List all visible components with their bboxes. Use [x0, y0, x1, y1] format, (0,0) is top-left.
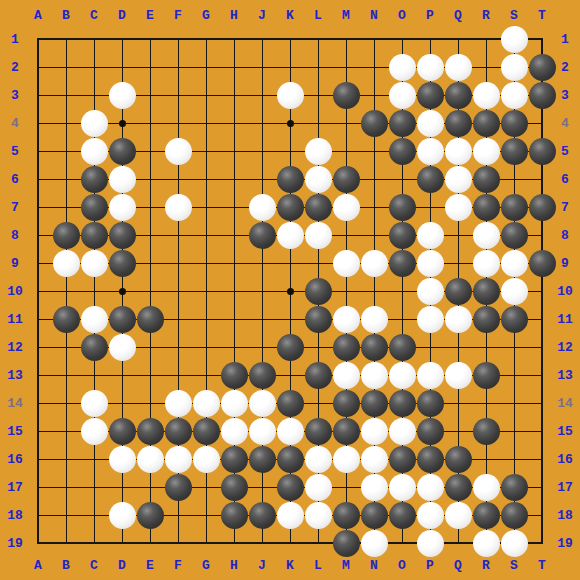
- stone-white-O15: [389, 418, 416, 445]
- stone-white-D3: [109, 82, 136, 109]
- column-label-bottom: L: [314, 559, 322, 572]
- stone-white-N19: [361, 530, 388, 557]
- row-label-right: 11: [557, 313, 573, 326]
- stone-white-S1: [501, 26, 528, 53]
- stone-white-S19: [501, 530, 528, 557]
- stone-white-J14: [249, 390, 276, 417]
- stone-black-M19: [333, 530, 360, 557]
- stone-white-E16: [137, 446, 164, 473]
- column-label-top: P: [426, 9, 434, 22]
- star-point: [119, 288, 126, 295]
- stone-black-O5: [389, 138, 416, 165]
- stone-white-S3: [501, 82, 528, 109]
- star-point: [119, 120, 126, 127]
- stone-black-S7: [501, 194, 528, 221]
- stone-black-O7: [389, 194, 416, 221]
- stone-white-F7: [165, 194, 192, 221]
- stone-black-D8: [109, 222, 136, 249]
- stone-black-J16: [249, 446, 276, 473]
- stone-white-D7: [109, 194, 136, 221]
- stone-black-J8: [249, 222, 276, 249]
- row-label-right: 1: [561, 33, 569, 46]
- column-label-bottom: E: [146, 559, 154, 572]
- stone-white-L18: [305, 502, 332, 529]
- stone-black-H18: [221, 502, 248, 529]
- row-label-right: 17: [557, 481, 573, 494]
- stone-white-Q11: [445, 306, 472, 333]
- row-label-right: 14: [557, 397, 573, 410]
- stone-black-F15: [165, 418, 192, 445]
- stone-black-M18: [333, 502, 360, 529]
- stone-black-R4: [473, 110, 500, 137]
- row-label-right: 18: [557, 509, 573, 522]
- stone-black-R18: [473, 502, 500, 529]
- column-label-bottom: K: [286, 559, 294, 572]
- row-label-left: 4: [11, 117, 19, 130]
- stone-black-Q10: [445, 278, 472, 305]
- row-label-left: 3: [11, 89, 19, 102]
- stone-white-O13: [389, 362, 416, 389]
- row-label-left: 14: [7, 397, 23, 410]
- stone-white-M13: [333, 362, 360, 389]
- stone-black-B8: [53, 222, 80, 249]
- go-board[interactable]: AABBCCDDEEFFGGHHJJKKLLMMNNOOPPQQRRSSTT11…: [0, 0, 580, 580]
- column-label-top: B: [62, 9, 70, 22]
- row-label-left: 16: [7, 453, 23, 466]
- stone-black-N14: [361, 390, 388, 417]
- row-label-left: 5: [11, 145, 19, 158]
- stone-white-L6: [305, 166, 332, 193]
- stone-black-J18: [249, 502, 276, 529]
- stone-black-M14: [333, 390, 360, 417]
- column-label-top: R: [482, 9, 490, 22]
- stone-black-L13: [305, 362, 332, 389]
- stone-white-P13: [417, 362, 444, 389]
- row-label-right: 6: [561, 173, 569, 186]
- stone-white-M16: [333, 446, 360, 473]
- stone-black-L15: [305, 418, 332, 445]
- stone-black-P3: [417, 82, 444, 109]
- stone-black-B11: [53, 306, 80, 333]
- column-label-top: A: [34, 9, 42, 22]
- stone-black-L7: [305, 194, 332, 221]
- stone-white-S10: [501, 278, 528, 305]
- column-label-bottom: R: [482, 559, 490, 572]
- stone-white-F5: [165, 138, 192, 165]
- stone-black-D5: [109, 138, 136, 165]
- stone-black-S5: [501, 138, 528, 165]
- row-label-left: 19: [7, 537, 23, 550]
- stone-white-F14: [165, 390, 192, 417]
- stone-white-P10: [417, 278, 444, 305]
- stone-white-P5: [417, 138, 444, 165]
- row-label-right: 16: [557, 453, 573, 466]
- stone-white-L8: [305, 222, 332, 249]
- stone-white-G16: [193, 446, 220, 473]
- stone-white-P18: [417, 502, 444, 529]
- stone-black-O8: [389, 222, 416, 249]
- stone-black-Q4: [445, 110, 472, 137]
- column-label-bottom: D: [118, 559, 126, 572]
- stone-white-C9: [81, 250, 108, 277]
- row-label-left: 2: [11, 61, 19, 74]
- stone-black-L10: [305, 278, 332, 305]
- stone-black-P15: [417, 418, 444, 445]
- stone-black-J13: [249, 362, 276, 389]
- column-label-bottom: F: [174, 559, 182, 572]
- stone-white-K3: [277, 82, 304, 109]
- stone-white-C5: [81, 138, 108, 165]
- column-label-bottom: J: [258, 559, 266, 572]
- stone-white-G14: [193, 390, 220, 417]
- stone-white-L5: [305, 138, 332, 165]
- stone-white-C14: [81, 390, 108, 417]
- column-label-bottom: M: [342, 559, 350, 572]
- row-label-left: 10: [7, 285, 23, 298]
- column-label-top: S: [510, 9, 518, 22]
- column-label-top: C: [90, 9, 98, 22]
- stone-white-R8: [473, 222, 500, 249]
- column-label-top: F: [174, 9, 182, 22]
- stone-white-O2: [389, 54, 416, 81]
- stone-black-T5: [529, 138, 556, 165]
- stone-white-C11: [81, 306, 108, 333]
- stone-black-C12: [81, 334, 108, 361]
- stone-white-O17: [389, 474, 416, 501]
- stone-white-R9: [473, 250, 500, 277]
- row-label-right: 12: [557, 341, 573, 354]
- row-label-right: 7: [561, 201, 569, 214]
- row-label-left: 13: [7, 369, 23, 382]
- row-label-left: 17: [7, 481, 23, 494]
- column-label-top: K: [286, 9, 294, 22]
- stone-black-C6: [81, 166, 108, 193]
- row-label-left: 18: [7, 509, 23, 522]
- stone-white-N17: [361, 474, 388, 501]
- stone-black-O14: [389, 390, 416, 417]
- stone-black-E18: [137, 502, 164, 529]
- row-label-right: 13: [557, 369, 573, 382]
- row-label-right: 19: [557, 537, 573, 550]
- row-label-right: 5: [561, 145, 569, 158]
- row-label-left: 1: [11, 33, 19, 46]
- grid-line: [541, 38, 543, 544]
- stone-white-H14: [221, 390, 248, 417]
- row-label-right: 4: [561, 117, 569, 130]
- column-label-bottom: S: [510, 559, 518, 572]
- star-point: [287, 288, 294, 295]
- stone-white-R19: [473, 530, 500, 557]
- stone-white-M11: [333, 306, 360, 333]
- stone-white-B9: [53, 250, 80, 277]
- stone-white-K15: [277, 418, 304, 445]
- row-label-left: 9: [11, 257, 19, 270]
- stone-black-K14: [277, 390, 304, 417]
- column-label-top: G: [202, 9, 210, 22]
- column-label-top: H: [230, 9, 238, 22]
- stone-white-M7: [333, 194, 360, 221]
- stone-white-Q2: [445, 54, 472, 81]
- stone-black-R7: [473, 194, 500, 221]
- stone-black-K16: [277, 446, 304, 473]
- stone-black-S8: [501, 222, 528, 249]
- row-label-right: 2: [561, 61, 569, 74]
- stone-white-S9: [501, 250, 528, 277]
- column-label-top: M: [342, 9, 350, 22]
- stone-white-D6: [109, 166, 136, 193]
- stone-black-M3: [333, 82, 360, 109]
- row-label-left: 8: [11, 229, 19, 242]
- stone-black-T3: [529, 82, 556, 109]
- stone-black-O16: [389, 446, 416, 473]
- stone-black-O18: [389, 502, 416, 529]
- stone-white-C4: [81, 110, 108, 137]
- stone-black-T7: [529, 194, 556, 221]
- stone-black-L11: [305, 306, 332, 333]
- stone-black-O4: [389, 110, 416, 137]
- column-label-top: D: [118, 9, 126, 22]
- column-label-top: N: [370, 9, 378, 22]
- stone-black-N4: [361, 110, 388, 137]
- stone-black-F17: [165, 474, 192, 501]
- stone-white-K8: [277, 222, 304, 249]
- stone-white-N9: [361, 250, 388, 277]
- stone-white-P8: [417, 222, 444, 249]
- stone-black-D15: [109, 418, 136, 445]
- stone-white-H15: [221, 418, 248, 445]
- column-label-bottom: O: [398, 559, 406, 572]
- stone-white-P19: [417, 530, 444, 557]
- stone-white-F16: [165, 446, 192, 473]
- column-label-top: E: [146, 9, 154, 22]
- column-label-bottom: B: [62, 559, 70, 572]
- stone-white-O3: [389, 82, 416, 109]
- column-label-bottom: A: [34, 559, 42, 572]
- stone-white-Q7: [445, 194, 472, 221]
- stone-white-R17: [473, 474, 500, 501]
- row-label-left: 15: [7, 425, 23, 438]
- stone-black-O9: [389, 250, 416, 277]
- column-label-top: T: [538, 9, 546, 22]
- stone-white-D16: [109, 446, 136, 473]
- grid-line: [37, 542, 543, 544]
- column-label-bottom: T: [538, 559, 546, 572]
- stone-black-H13: [221, 362, 248, 389]
- column-label-top: L: [314, 9, 322, 22]
- stone-white-J15: [249, 418, 276, 445]
- stone-white-P2: [417, 54, 444, 81]
- stone-white-L16: [305, 446, 332, 473]
- stone-black-D11: [109, 306, 136, 333]
- stone-black-H16: [221, 446, 248, 473]
- stone-white-L17: [305, 474, 332, 501]
- stone-black-T2: [529, 54, 556, 81]
- stone-white-K18: [277, 502, 304, 529]
- stone-white-P11: [417, 306, 444, 333]
- stone-white-N11: [361, 306, 388, 333]
- stone-white-N16: [361, 446, 388, 473]
- stone-black-E11: [137, 306, 164, 333]
- row-label-left: 11: [7, 313, 23, 326]
- stone-black-R13: [473, 362, 500, 389]
- stone-black-R6: [473, 166, 500, 193]
- stone-white-P9: [417, 250, 444, 277]
- row-label-right: 15: [557, 425, 573, 438]
- stone-white-N15: [361, 418, 388, 445]
- row-label-right: 3: [561, 89, 569, 102]
- stone-white-S2: [501, 54, 528, 81]
- column-label-bottom: H: [230, 559, 238, 572]
- column-label-bottom: G: [202, 559, 210, 572]
- column-label-bottom: P: [426, 559, 434, 572]
- stone-white-Q5: [445, 138, 472, 165]
- row-label-right: 8: [561, 229, 569, 242]
- row-label-left: 6: [11, 173, 19, 186]
- stone-black-S11: [501, 306, 528, 333]
- stone-black-K17: [277, 474, 304, 501]
- stone-white-Q6: [445, 166, 472, 193]
- stone-black-G15: [193, 418, 220, 445]
- row-label-left: 12: [7, 341, 23, 354]
- column-label-top: J: [258, 9, 266, 22]
- stone-white-Q13: [445, 362, 472, 389]
- stone-white-J7: [249, 194, 276, 221]
- row-label-right: 10: [557, 285, 573, 298]
- stone-black-Q16: [445, 446, 472, 473]
- stone-black-S18: [501, 502, 528, 529]
- star-point: [287, 120, 294, 127]
- stone-white-N13: [361, 362, 388, 389]
- stone-white-M9: [333, 250, 360, 277]
- stone-black-Q17: [445, 474, 472, 501]
- stone-black-O12: [389, 334, 416, 361]
- stone-black-K6: [277, 166, 304, 193]
- stone-white-P17: [417, 474, 444, 501]
- stone-black-S4: [501, 110, 528, 137]
- row-label-right: 9: [561, 257, 569, 270]
- stone-black-C8: [81, 222, 108, 249]
- stone-black-M12: [333, 334, 360, 361]
- column-label-bottom: N: [370, 559, 378, 572]
- stone-black-P16: [417, 446, 444, 473]
- stone-black-P6: [417, 166, 444, 193]
- stone-white-C15: [81, 418, 108, 445]
- stone-black-K12: [277, 334, 304, 361]
- column-label-top: O: [398, 9, 406, 22]
- stone-black-P14: [417, 390, 444, 417]
- stone-black-E15: [137, 418, 164, 445]
- stone-black-M15: [333, 418, 360, 445]
- stone-white-D18: [109, 502, 136, 529]
- stone-black-N18: [361, 502, 388, 529]
- stone-black-K7: [277, 194, 304, 221]
- stone-white-D12: [109, 334, 136, 361]
- stone-black-M6: [333, 166, 360, 193]
- stone-white-R3: [473, 82, 500, 109]
- column-label-bottom: C: [90, 559, 98, 572]
- stone-black-T9: [529, 250, 556, 277]
- stone-white-Q18: [445, 502, 472, 529]
- stone-white-R5: [473, 138, 500, 165]
- stone-black-H17: [221, 474, 248, 501]
- stone-black-D9: [109, 250, 136, 277]
- row-label-left: 7: [11, 201, 19, 214]
- stone-black-R15: [473, 418, 500, 445]
- stone-black-R10: [473, 278, 500, 305]
- stone-black-S17: [501, 474, 528, 501]
- stone-black-Q3: [445, 82, 472, 109]
- stone-white-P4: [417, 110, 444, 137]
- stone-black-R11: [473, 306, 500, 333]
- column-label-top: Q: [454, 9, 462, 22]
- stone-black-N12: [361, 334, 388, 361]
- stone-black-C7: [81, 194, 108, 221]
- column-label-bottom: Q: [454, 559, 462, 572]
